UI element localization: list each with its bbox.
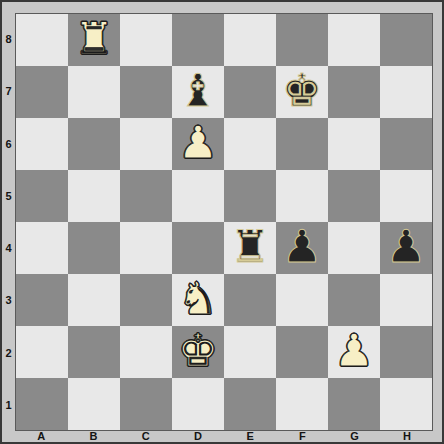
file-label-b: B [67, 431, 119, 442]
square-d6[interactable]: ♟ [172, 118, 224, 170]
square-a2[interactable] [16, 326, 68, 378]
square-h8[interactable] [380, 14, 432, 66]
square-f7[interactable]: ♚ [276, 66, 328, 118]
rank-label-8: 8 [2, 13, 15, 65]
square-c6[interactable] [120, 118, 172, 170]
square-f1[interactable] [276, 378, 328, 430]
square-g6[interactable] [328, 118, 380, 170]
square-g5[interactable] [328, 170, 380, 222]
square-b1[interactable] [68, 378, 120, 430]
square-b3[interactable] [68, 274, 120, 326]
square-h7[interactable] [380, 66, 432, 118]
square-b6[interactable] [68, 118, 120, 170]
piece-black-king[interactable]: ♚ [282, 68, 322, 113]
square-a1[interactable] [16, 378, 68, 430]
square-a6[interactable] [16, 118, 68, 170]
rank-label-6: 6 [2, 118, 15, 170]
square-g7[interactable] [328, 66, 380, 118]
piece-black-rook[interactable]: ♜ [230, 224, 270, 269]
square-f5[interactable] [276, 170, 328, 222]
square-d5[interactable] [172, 170, 224, 222]
square-e7[interactable] [224, 66, 276, 118]
square-d7[interactable]: ♝ [172, 66, 224, 118]
rank-label-7: 7 [2, 65, 15, 117]
piece-black-bishop[interactable]: ♝ [178, 68, 218, 113]
square-a3[interactable] [16, 274, 68, 326]
square-d1[interactable] [172, 378, 224, 430]
file-label-c: C [120, 431, 172, 442]
piece-white-king[interactable]: ♚ [178, 328, 218, 373]
square-g8[interactable] [328, 14, 380, 66]
square-g4[interactable] [328, 222, 380, 274]
square-a8[interactable] [16, 14, 68, 66]
square-h6[interactable] [380, 118, 432, 170]
square-b2[interactable] [68, 326, 120, 378]
square-b5[interactable] [68, 170, 120, 222]
file-label-d: D [172, 431, 224, 442]
file-label-e: E [224, 431, 276, 442]
square-h4[interactable]: ♟ [380, 222, 432, 274]
square-f3[interactable] [276, 274, 328, 326]
file-label-a: A [15, 431, 67, 442]
square-g2[interactable]: ♟ [328, 326, 380, 378]
square-a5[interactable] [16, 170, 68, 222]
piece-white-rook[interactable]: ♜ [74, 16, 114, 61]
square-g3[interactable] [328, 274, 380, 326]
file-labels: ABCDEFGH [15, 431, 433, 442]
file-label-h: H [381, 431, 433, 442]
rank-label-5: 5 [2, 170, 15, 222]
rank-label-4: 4 [2, 222, 15, 274]
square-d4[interactable] [172, 222, 224, 274]
square-e3[interactable] [224, 274, 276, 326]
square-e4[interactable]: ♜ [224, 222, 276, 274]
square-f4[interactable]: ♟ [276, 222, 328, 274]
file-label-f: F [276, 431, 328, 442]
rank-labels: 87654321 [2, 13, 15, 431]
square-f6[interactable] [276, 118, 328, 170]
square-b8[interactable]: ♜ [68, 14, 120, 66]
square-h1[interactable] [380, 378, 432, 430]
square-c8[interactable] [120, 14, 172, 66]
square-b7[interactable] [68, 66, 120, 118]
square-a4[interactable] [16, 222, 68, 274]
square-b4[interactable] [68, 222, 120, 274]
square-f2[interactable] [276, 326, 328, 378]
square-e2[interactable] [224, 326, 276, 378]
file-label-g: G [329, 431, 381, 442]
square-e1[interactable] [224, 378, 276, 430]
square-f8[interactable] [276, 14, 328, 66]
square-c3[interactable] [120, 274, 172, 326]
square-c2[interactable] [120, 326, 172, 378]
piece-black-pawn[interactable]: ♟ [386, 224, 426, 269]
chess-board[interactable]: ♜♝♚♟♜♟♟♞♚♟ [15, 13, 433, 431]
square-e8[interactable] [224, 14, 276, 66]
piece-white-pawn[interactable]: ♟ [178, 120, 218, 165]
square-d3[interactable]: ♞ [172, 274, 224, 326]
square-d8[interactable] [172, 14, 224, 66]
square-c7[interactable] [120, 66, 172, 118]
square-c1[interactable] [120, 378, 172, 430]
square-a7[interactable] [16, 66, 68, 118]
square-h5[interactable] [380, 170, 432, 222]
square-g1[interactable] [328, 378, 380, 430]
square-e5[interactable] [224, 170, 276, 222]
square-h2[interactable] [380, 326, 432, 378]
chess-diagram: 87654321 ♜♝♚♟♜♟♟♞♚♟ ABCDEFGH [0, 0, 444, 444]
rank-label-3: 3 [2, 274, 15, 326]
square-c4[interactable] [120, 222, 172, 274]
square-c5[interactable] [120, 170, 172, 222]
piece-black-pawn[interactable]: ♟ [282, 224, 322, 269]
square-d2[interactable]: ♚ [172, 326, 224, 378]
piece-white-knight[interactable]: ♞ [178, 276, 218, 321]
rank-label-2: 2 [2, 327, 15, 379]
square-e6[interactable] [224, 118, 276, 170]
rank-label-1: 1 [2, 379, 15, 431]
square-h3[interactable] [380, 274, 432, 326]
piece-white-pawn[interactable]: ♟ [334, 328, 374, 373]
